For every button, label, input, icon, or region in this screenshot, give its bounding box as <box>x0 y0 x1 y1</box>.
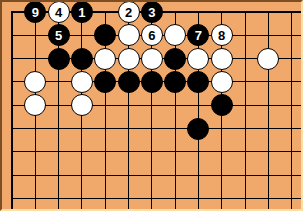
black-stone-move-5: 5 <box>48 24 70 46</box>
white-stone <box>211 48 233 70</box>
white-stone <box>257 48 279 70</box>
black-stone <box>118 71 140 93</box>
move-number-label: 1 <box>78 6 85 19</box>
black-stone <box>164 48 186 70</box>
move-number-label: 8 <box>218 29 225 42</box>
white-stone <box>24 71 46 93</box>
white-stone-move-4: 4 <box>48 1 70 23</box>
grid-line-vertical <box>291 11 292 209</box>
grid-line-vertical <box>268 11 269 209</box>
white-stone <box>118 48 140 70</box>
black-stone <box>187 71 209 93</box>
move-number-label: 6 <box>148 29 155 42</box>
black-stone-move-9: 9 <box>24 1 46 23</box>
black-stone <box>187 118 209 140</box>
go-board-diagram: 941235678 <box>0 0 303 211</box>
move-number-label: 9 <box>32 6 39 19</box>
black-stone <box>71 48 93 70</box>
white-stone <box>164 24 186 46</box>
grid-line-horizontal <box>11 175 301 176</box>
move-number-label: 3 <box>148 6 155 19</box>
black-stone <box>211 94 233 116</box>
grid-line-horizontal <box>11 105 301 106</box>
white-stone <box>71 94 93 116</box>
black-stone-move-1: 1 <box>71 1 93 23</box>
grid-line-vertical <box>11 11 13 209</box>
white-stone <box>71 71 93 93</box>
black-stone <box>164 71 186 93</box>
move-number-label: 4 <box>55 6 62 19</box>
move-number-label: 2 <box>125 6 132 19</box>
white-stone <box>211 71 233 93</box>
grid-line-horizontal <box>11 151 301 152</box>
black-stone <box>94 24 116 46</box>
black-stone-move-7: 7 <box>187 24 209 46</box>
black-stone-move-3: 3 <box>141 1 163 23</box>
grid-line-horizontal <box>11 198 301 199</box>
white-stone-move-6: 6 <box>141 24 163 46</box>
white-stone <box>94 48 116 70</box>
white-stone-move-2: 2 <box>118 1 140 23</box>
white-stone-move-8: 8 <box>211 24 233 46</box>
move-number-label: 5 <box>55 29 62 42</box>
black-stone <box>94 71 116 93</box>
grid-line-vertical <box>245 11 246 209</box>
white-stone <box>187 48 209 70</box>
black-stone <box>141 71 163 93</box>
move-number-label: 7 <box>195 29 202 42</box>
white-stone <box>118 24 140 46</box>
white-stone <box>141 48 163 70</box>
black-stone <box>48 48 70 70</box>
white-stone <box>24 94 46 116</box>
grid-line-horizontal <box>11 128 301 129</box>
